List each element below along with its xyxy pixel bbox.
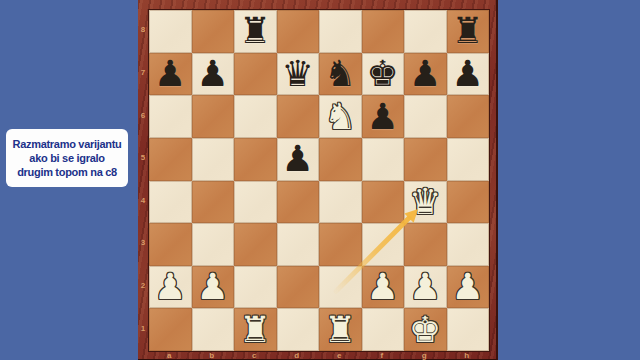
square-b4[interactable]: [192, 181, 235, 224]
square-a7[interactable]: ♟: [149, 53, 192, 96]
square-c4[interactable]: [234, 181, 277, 224]
square-e5[interactable]: [319, 138, 362, 181]
square-a1[interactable]: [149, 308, 192, 351]
square-d6[interactable]: [277, 95, 320, 138]
square-b3[interactable]: [192, 223, 235, 266]
chess-board-frame: ♜♜♟♟♛♞♚♟♟♞♟♟♛♟♟♟♟♟♜♜♚ 87654321 abcdefgh: [138, 0, 498, 360]
piece-white-pawn-g2[interactable]: ♟: [404, 266, 447, 309]
piece-black-pawn-f6[interactable]: ♟: [362, 95, 405, 138]
annotation-line-1: Razmatramo varijantu: [9, 137, 125, 151]
square-e4[interactable]: [319, 181, 362, 224]
square-b5[interactable]: [192, 138, 235, 181]
square-d8[interactable]: [277, 10, 320, 53]
square-e7[interactable]: ♞: [319, 53, 362, 96]
piece-black-king-f7[interactable]: ♚: [362, 53, 405, 96]
annotation-box: Razmatramo varijantu ako bi se igralo dr…: [6, 129, 128, 187]
square-g3[interactable]: [404, 223, 447, 266]
piece-white-pawn-a2[interactable]: ♟: [149, 266, 192, 309]
rank-label-2: 2: [138, 281, 148, 290]
square-e2[interactable]: [319, 266, 362, 309]
rank-label-1: 1: [138, 324, 148, 333]
file-label-b: b: [191, 351, 234, 360]
square-g2[interactable]: ♟: [404, 266, 447, 309]
square-f2[interactable]: ♟: [362, 266, 405, 309]
file-label-c: c: [233, 351, 276, 360]
square-e3[interactable]: [319, 223, 362, 266]
square-c7[interactable]: [234, 53, 277, 96]
piece-white-pawn-b2[interactable]: ♟: [192, 266, 235, 309]
square-f3[interactable]: [362, 223, 405, 266]
square-h6[interactable]: [447, 95, 490, 138]
square-f5[interactable]: [362, 138, 405, 181]
square-a8[interactable]: [149, 10, 192, 53]
square-b7[interactable]: ♟: [192, 53, 235, 96]
square-g8[interactable]: [404, 10, 447, 53]
square-c3[interactable]: [234, 223, 277, 266]
square-f1[interactable]: [362, 308, 405, 351]
rank-label-6: 6: [138, 111, 148, 120]
piece-white-king-g1[interactable]: ♚: [404, 308, 447, 351]
piece-black-knight-e7[interactable]: ♞: [319, 53, 362, 96]
square-c1[interactable]: ♜: [234, 308, 277, 351]
square-d2[interactable]: [277, 266, 320, 309]
piece-black-rook-c8[interactable]: ♜: [234, 10, 277, 53]
screenshot-root: Razmatramo varijantu ako bi se igralo dr…: [0, 0, 640, 360]
square-e6[interactable]: ♞: [319, 95, 362, 138]
square-g5[interactable]: [404, 138, 447, 181]
square-a5[interactable]: [149, 138, 192, 181]
square-h5[interactable]: [447, 138, 490, 181]
square-a4[interactable]: [149, 181, 192, 224]
rank-label-8: 8: [138, 25, 148, 34]
file-label-a: a: [148, 351, 191, 360]
square-c2[interactable]: [234, 266, 277, 309]
square-b6[interactable]: [192, 95, 235, 138]
square-b1[interactable]: [192, 308, 235, 351]
piece-white-queen-g4[interactable]: ♛: [404, 181, 447, 224]
square-g1[interactable]: ♚: [404, 308, 447, 351]
piece-white-pawn-f2[interactable]: ♟: [362, 266, 405, 309]
square-f4[interactable]: [362, 181, 405, 224]
chess-board[interactable]: ♜♜♟♟♛♞♚♟♟♞♟♟♛♟♟♟♟♟♜♜♚: [148, 9, 490, 352]
file-label-d: d: [276, 351, 319, 360]
annotation-line-3: drugim topom na c8: [9, 165, 125, 179]
piece-black-pawn-h7[interactable]: ♟: [447, 53, 490, 96]
rank-label-5: 5: [138, 153, 148, 162]
square-d3[interactable]: [277, 223, 320, 266]
square-e1[interactable]: ♜: [319, 308, 362, 351]
piece-white-knight-e6[interactable]: ♞: [319, 95, 362, 138]
square-d7[interactable]: ♛: [277, 53, 320, 96]
square-h8[interactable]: ♜: [447, 10, 490, 53]
piece-black-pawn-g7[interactable]: ♟: [404, 53, 447, 96]
square-a3[interactable]: [149, 223, 192, 266]
piece-black-queen-d7[interactable]: ♛: [277, 53, 320, 96]
square-h2[interactable]: ♟: [447, 266, 490, 309]
piece-black-pawn-d5[interactable]: ♟: [277, 138, 320, 181]
square-h3[interactable]: [447, 223, 490, 266]
annotation-line-2: ako bi se igralo: [9, 151, 125, 165]
square-b2[interactable]: ♟: [192, 266, 235, 309]
file-label-e: e: [318, 351, 361, 360]
rank-label-7: 7: [138, 68, 148, 77]
square-f8[interactable]: [362, 10, 405, 53]
square-f6[interactable]: ♟: [362, 95, 405, 138]
file-label-g: g: [403, 351, 446, 360]
square-e8[interactable]: [319, 10, 362, 53]
square-a2[interactable]: ♟: [149, 266, 192, 309]
square-h4[interactable]: [447, 181, 490, 224]
square-g7[interactable]: ♟: [404, 53, 447, 96]
piece-black-pawn-a7[interactable]: ♟: [149, 53, 192, 96]
square-h1[interactable]: [447, 308, 490, 351]
square-c8[interactable]: ♜: [234, 10, 277, 53]
piece-white-rook-c1[interactable]: ♜: [234, 308, 277, 351]
square-b8[interactable]: [192, 10, 235, 53]
piece-black-pawn-b7[interactable]: ♟: [192, 53, 235, 96]
rank-label-4: 4: [138, 196, 148, 205]
square-d4[interactable]: [277, 181, 320, 224]
square-d1[interactable]: [277, 308, 320, 351]
file-label-h: h: [446, 351, 489, 360]
square-d5[interactable]: ♟: [277, 138, 320, 181]
square-g6[interactable]: [404, 95, 447, 138]
rank-label-3: 3: [138, 238, 148, 247]
square-g4[interactable]: ♛: [404, 181, 447, 224]
piece-white-pawn-h2[interactable]: ♟: [447, 266, 490, 309]
board-grid: ♜♜♟♟♛♞♚♟♟♞♟♟♛♟♟♟♟♟♜♜♚: [149, 10, 489, 351]
square-a6[interactable]: [149, 95, 192, 138]
square-f7[interactable]: ♚: [362, 53, 405, 96]
square-c6[interactable]: [234, 95, 277, 138]
file-label-f: f: [361, 351, 404, 360]
piece-black-rook-h8[interactable]: ♜: [447, 10, 490, 53]
square-h7[interactable]: ♟: [447, 53, 490, 96]
square-c5[interactable]: [234, 138, 277, 181]
piece-white-rook-e1[interactable]: ♜: [319, 308, 362, 351]
